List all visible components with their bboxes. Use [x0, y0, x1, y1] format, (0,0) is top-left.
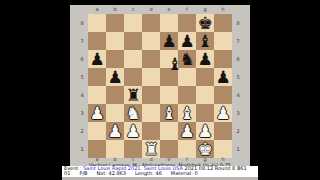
square-h6[interactable]	[214, 50, 232, 68]
white-pawn[interactable]: ♟	[214, 104, 232, 122]
black-rook[interactable]: ♜	[124, 86, 142, 104]
white-pawn[interactable]: ♟	[124, 122, 142, 140]
file-label-e: e	[160, 5, 178, 14]
square-g8[interactable]: ♚	[196, 14, 214, 32]
square-g5[interactable]	[196, 68, 214, 86]
rank-label-6: 6	[234, 50, 242, 68]
square-g1[interactable]: ♚	[196, 140, 214, 158]
rank-label-7: 7	[234, 32, 242, 50]
square-f4[interactable]	[178, 86, 196, 104]
length-value: Length: 46	[135, 171, 162, 176]
file-label-c: c	[124, 5, 142, 14]
square-a4[interactable]	[88, 86, 106, 104]
rank-label-4: 4	[78, 86, 86, 104]
square-g4[interactable]	[196, 86, 214, 104]
square-d1[interactable]: ♜	[142, 140, 160, 158]
white-bishop[interactable]: ♝	[178, 104, 196, 122]
square-h4[interactable]	[214, 86, 232, 104]
square-a5[interactable]	[88, 68, 106, 86]
square-b6[interactable]	[106, 50, 124, 68]
square-b5[interactable]: ♟	[106, 68, 124, 86]
square-c8[interactable]	[124, 14, 142, 32]
square-c5[interactable]	[124, 68, 142, 86]
white-pawn[interactable]: ♟	[106, 122, 124, 140]
square-e6[interactable]: ♝	[160, 50, 178, 68]
file-label-a: a	[88, 5, 106, 14]
black-pawn[interactable]: ♟	[106, 68, 124, 86]
square-f2[interactable]: ♟	[178, 122, 196, 140]
square-a3[interactable]: ♟	[88, 104, 106, 122]
rank-label-1: 1	[234, 140, 242, 158]
square-e8[interactable]	[160, 14, 178, 32]
board-panel: abcdefgh 87654321 87654321 ♚♟♟♝♟♝♞♟♟♟♜♟♞…	[70, 5, 250, 167]
square-b4[interactable]	[106, 86, 124, 104]
square-d2[interactable]	[142, 122, 160, 140]
square-d8[interactable]	[142, 14, 160, 32]
square-e2[interactable]	[160, 122, 178, 140]
rank-label-5: 5	[234, 68, 242, 86]
white-knight[interactable]: ♞	[124, 104, 142, 122]
square-d5[interactable]	[142, 68, 160, 86]
square-f8[interactable]	[178, 14, 196, 32]
square-a7[interactable]	[88, 32, 106, 50]
square-c6[interactable]	[124, 50, 142, 68]
black-pawn[interactable]: ♟	[160, 32, 178, 50]
square-c7[interactable]	[124, 32, 142, 50]
square-c3[interactable]: ♞	[124, 104, 142, 122]
next-value: Nxt: 42.863	[97, 171, 126, 176]
mode-indicator: P/B	[79, 171, 87, 176]
white-king[interactable]: ♚	[196, 140, 214, 158]
rank-label-4: 4	[234, 86, 242, 104]
white-bishop[interactable]: ♝	[160, 104, 178, 122]
file-label-h: h	[214, 5, 232, 14]
rank-label-2: 2	[234, 122, 242, 140]
rank-label-8: 8	[78, 14, 86, 32]
square-b3[interactable]	[106, 104, 124, 122]
white-pawn[interactable]: ♟	[196, 122, 214, 140]
square-c4[interactable]: ♜	[124, 86, 142, 104]
square-b7[interactable]	[106, 32, 124, 50]
square-h7[interactable]	[214, 32, 232, 50]
square-f6[interactable]: ♞	[178, 50, 196, 68]
file-label-f: f	[178, 5, 196, 14]
square-c2[interactable]: ♟	[124, 122, 142, 140]
square-h8[interactable]	[214, 14, 232, 32]
white-pawn[interactable]: ♟	[88, 104, 106, 122]
square-f7[interactable]: ♟	[178, 32, 196, 50]
square-a2[interactable]	[88, 122, 106, 140]
black-king[interactable]: ♚	[196, 14, 214, 32]
rank-label-6: 6	[78, 50, 86, 68]
black-pawn[interactable]: ♟	[88, 50, 106, 68]
square-h3[interactable]: ♟	[214, 104, 232, 122]
square-d3[interactable]	[142, 104, 160, 122]
black-pawn[interactable]: ♟	[178, 32, 196, 50]
square-g2[interactable]: ♟	[196, 122, 214, 140]
rank-label-3: 3	[78, 104, 86, 122]
square-d4[interactable]	[142, 86, 160, 104]
square-b2[interactable]: ♟	[106, 122, 124, 140]
move-number: 01	[64, 171, 70, 176]
square-g7[interactable]: ♝	[196, 32, 214, 50]
caption-bottom-strip	[62, 177, 258, 180]
rank-label-1: 1	[78, 140, 86, 158]
square-b8[interactable]	[106, 14, 124, 32]
rank-label-7: 7	[78, 32, 86, 50]
rank-labels-left: 87654321	[78, 14, 86, 158]
status-line: 01P/BNxt: 42.863Length: 46Material: 0	[64, 171, 256, 176]
rank-labels-right: 87654321	[234, 14, 242, 158]
square-g3[interactable]	[196, 104, 214, 122]
square-e4[interactable]	[160, 86, 178, 104]
square-d6[interactable]	[142, 50, 160, 68]
black-knight[interactable]: ♞	[178, 50, 196, 68]
black-pawn[interactable]: ♟	[214, 68, 232, 86]
square-f3[interactable]: ♝	[178, 104, 196, 122]
white-pawn[interactable]: ♟	[178, 122, 196, 140]
square-h2[interactable]	[214, 122, 232, 140]
file-label-d: d	[142, 5, 160, 14]
black-pawn[interactable]: ♟	[196, 50, 214, 68]
square-h5[interactable]: ♟	[214, 68, 232, 86]
square-a6[interactable]: ♟	[88, 50, 106, 68]
square-d7[interactable]	[142, 32, 160, 50]
square-e7[interactable]: ♟	[160, 32, 178, 50]
material-value: Material: 0	[171, 171, 198, 176]
rank-label-8: 8	[234, 14, 242, 32]
square-g6[interactable]: ♟	[196, 50, 214, 68]
game-info-caption: Event : Saint Louis Rapid 2021, Saint Lo…	[62, 166, 258, 177]
square-a8[interactable]	[88, 14, 106, 32]
black-bishop[interactable]: ♝	[196, 32, 214, 50]
square-e3[interactable]: ♝	[160, 104, 178, 122]
white-rook[interactable]: ♜	[142, 140, 160, 158]
file-label-b: b	[106, 5, 124, 14]
rank-label-2: 2	[78, 122, 86, 140]
rank-label-3: 3	[234, 104, 242, 122]
rank-label-5: 5	[78, 68, 86, 86]
chess-board[interactable]: ♚♟♟♝♟♝♞♟♟♟♜♟♞♝♝♟♟♟♟♟♜♚	[88, 14, 232, 158]
